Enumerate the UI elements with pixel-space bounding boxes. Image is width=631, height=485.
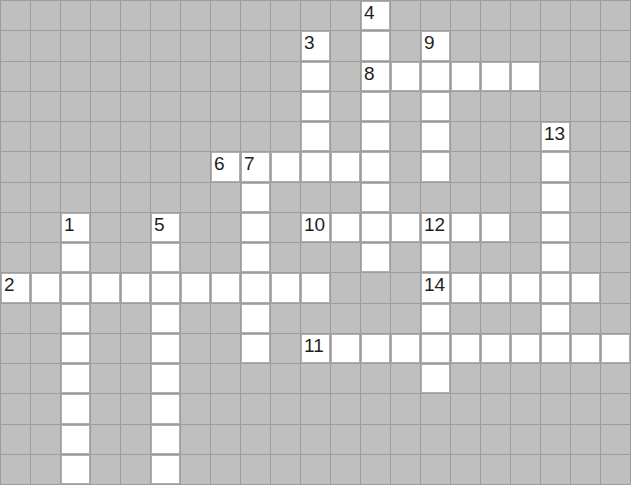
blocked-cell (571, 394, 601, 424)
blocked-cell (1, 425, 31, 455)
blocked-cell (181, 152, 211, 182)
blocked-cell (121, 334, 151, 364)
blocked-cell (121, 152, 151, 182)
blocked-cell (361, 304, 391, 334)
blocked-cell (241, 364, 271, 394)
blocked-cell (31, 304, 61, 334)
blocked-cell (61, 183, 91, 213)
blocked-cell (181, 243, 211, 273)
blocked-cell (571, 183, 601, 213)
blocked-cell (331, 455, 361, 485)
open-cell-r7c14[interactable]: 12 (421, 213, 451, 243)
blocked-cell (391, 92, 421, 122)
blocked-cell (181, 364, 211, 394)
blocked-cell (541, 1, 571, 31)
blocked-cell (271, 92, 301, 122)
blocked-cell (511, 92, 541, 122)
blocked-cell (121, 92, 151, 122)
open-cell-r5c10[interactable] (301, 152, 331, 182)
open-cell-r11c5[interactable] (151, 334, 181, 364)
blocked-cell (91, 122, 121, 152)
open-cell-r5c11[interactable] (331, 152, 361, 182)
open-cell-r8c14[interactable] (421, 243, 451, 273)
blocked-cell (91, 92, 121, 122)
blocked-cell (511, 31, 541, 61)
blocked-cell (451, 122, 481, 152)
blocked-cell (241, 62, 271, 92)
blocked-cell (301, 425, 331, 455)
open-cell-r11c19[interactable] (571, 334, 601, 364)
blocked-cell (571, 213, 601, 243)
blocked-cell (361, 394, 391, 424)
blocked-cell (151, 92, 181, 122)
open-cell-r12c2[interactable] (61, 364, 91, 394)
crossword-grid: 4398136715101221411 (0, 0, 631, 485)
blocked-cell (91, 243, 121, 273)
blocked-cell (211, 31, 241, 61)
blocked-cell (271, 183, 301, 213)
blocked-cell (181, 62, 211, 92)
blocked-cell (601, 273, 631, 303)
blocked-cell (421, 455, 451, 485)
blocked-cell (511, 1, 541, 31)
blocked-cell (181, 1, 211, 31)
blocked-cell (601, 92, 631, 122)
blocked-cell (1, 243, 31, 273)
blocked-cell (481, 92, 511, 122)
blocked-cell (511, 152, 541, 182)
open-cell-r8c2[interactable] (61, 243, 91, 273)
blocked-cell (601, 62, 631, 92)
blocked-cell (511, 122, 541, 152)
blocked-cell (391, 152, 421, 182)
blocked-cell (271, 31, 301, 61)
blocked-cell (541, 364, 571, 394)
blocked-cell (541, 455, 571, 485)
blocked-cell (181, 394, 211, 424)
open-cell-r4c10[interactable] (301, 122, 331, 152)
blocked-cell (31, 62, 61, 92)
open-cell-r7c11[interactable] (331, 213, 361, 243)
blocked-cell (31, 364, 61, 394)
blocked-cell (31, 394, 61, 424)
blocked-cell (511, 425, 541, 455)
blocked-cell (331, 394, 361, 424)
open-cell-r1c12[interactable] (361, 31, 391, 61)
blocked-cell (121, 394, 151, 424)
open-cell-r7c16[interactable] (481, 213, 511, 243)
open-cell-r10c5[interactable] (151, 304, 181, 334)
open-cell-r11c12[interactable] (361, 334, 391, 364)
open-cell-r7c10[interactable]: 10 (301, 213, 331, 243)
clue-number-10: 10 (304, 214, 325, 235)
blocked-cell (481, 243, 511, 273)
blocked-cell (271, 455, 301, 485)
open-cell-r10c8[interactable] (241, 304, 271, 334)
blocked-cell (571, 31, 601, 61)
blocked-cell (571, 92, 601, 122)
blocked-cell (121, 62, 151, 92)
blocked-cell (271, 62, 301, 92)
blocked-cell (451, 243, 481, 273)
blocked-cell (61, 122, 91, 152)
open-cell-r11c10[interactable]: 11 (301, 334, 331, 364)
blocked-cell (1, 92, 31, 122)
open-cell-r2c10[interactable] (301, 62, 331, 92)
blocked-cell (451, 304, 481, 334)
blocked-cell (151, 183, 181, 213)
open-cell-r7c2[interactable]: 1 (61, 213, 91, 243)
blocked-cell (241, 31, 271, 61)
open-cell-r9c0[interactable]: 2 (1, 273, 31, 303)
blocked-cell (301, 243, 331, 273)
open-cell-r5c9[interactable] (271, 152, 301, 182)
open-cell-r6c18[interactable] (541, 183, 571, 213)
blocked-cell (121, 31, 151, 61)
open-cell-r11c18[interactable] (541, 334, 571, 364)
blocked-cell (271, 122, 301, 152)
blocked-cell (61, 152, 91, 182)
blocked-cell (151, 122, 181, 152)
blocked-cell (121, 213, 151, 243)
open-cell-r11c14[interactable] (421, 334, 451, 364)
blocked-cell (181, 455, 211, 485)
open-cell-r1c10[interactable]: 3 (301, 31, 331, 61)
blocked-cell (211, 455, 241, 485)
blocked-cell (61, 31, 91, 61)
open-cell-r9c5[interactable] (151, 273, 181, 303)
open-cell-r13c5[interactable] (151, 394, 181, 424)
blocked-cell (421, 1, 451, 31)
blocked-cell (511, 243, 541, 273)
blocked-cell (421, 183, 451, 213)
open-cell-r14c5[interactable] (151, 425, 181, 455)
blocked-cell (1, 334, 31, 364)
blocked-cell (181, 92, 211, 122)
blocked-cell (601, 425, 631, 455)
blocked-cell (1, 364, 31, 394)
blocked-cell (541, 31, 571, 61)
blocked-cell (571, 122, 601, 152)
blocked-cell (271, 334, 301, 364)
blocked-cell (451, 92, 481, 122)
blocked-cell (1, 152, 31, 182)
blocked-cell (571, 455, 601, 485)
open-cell-r8c12[interactable] (361, 243, 391, 273)
blocked-cell (241, 1, 271, 31)
open-cell-r7c18[interactable] (541, 213, 571, 243)
open-cell-r9c7[interactable] (211, 273, 241, 303)
blocked-cell (271, 243, 301, 273)
blocked-cell (421, 425, 451, 455)
blocked-cell (181, 425, 211, 455)
blocked-cell (331, 364, 361, 394)
blocked-cell (211, 1, 241, 31)
open-cell-r5c7[interactable]: 6 (211, 152, 241, 182)
blocked-cell (271, 394, 301, 424)
blocked-cell (121, 183, 151, 213)
open-cell-r12c5[interactable] (151, 364, 181, 394)
open-cell-r9c6[interactable] (181, 273, 211, 303)
blocked-cell (331, 425, 361, 455)
blocked-cell (31, 31, 61, 61)
blocked-cell (511, 394, 541, 424)
blocked-cell (91, 394, 121, 424)
blocked-cell (601, 122, 631, 152)
open-cell-r5c8[interactable]: 7 (241, 152, 271, 182)
open-cell-r9c4[interactable] (121, 273, 151, 303)
blocked-cell (481, 31, 511, 61)
open-cell-r9c3[interactable] (91, 273, 121, 303)
blocked-cell (331, 273, 361, 303)
blocked-cell (301, 455, 331, 485)
blocked-cell (601, 152, 631, 182)
blocked-cell (91, 364, 121, 394)
blocked-cell (391, 243, 421, 273)
blocked-cell (511, 213, 541, 243)
blocked-cell (331, 304, 361, 334)
clue-number-12: 12 (424, 214, 445, 235)
open-cell-r2c16[interactable] (481, 62, 511, 92)
open-cell-r10c2[interactable] (61, 304, 91, 334)
open-cell-r6c8[interactable] (241, 183, 271, 213)
blocked-cell (1, 455, 31, 485)
blocked-cell (121, 243, 151, 273)
blocked-cell (391, 31, 421, 61)
blocked-cell (181, 334, 211, 364)
open-cell-r9c17[interactable] (511, 273, 541, 303)
blocked-cell (571, 304, 601, 334)
blocked-cell (391, 455, 421, 485)
open-cell-r15c5[interactable] (151, 455, 181, 485)
open-cell-r13c2[interactable] (61, 394, 91, 424)
blocked-cell (91, 183, 121, 213)
blocked-cell (31, 243, 61, 273)
open-cell-r9c9[interactable] (271, 273, 301, 303)
blocked-cell (481, 152, 511, 182)
clue-number-5: 5 (154, 214, 165, 235)
open-cell-r9c8[interactable] (241, 273, 271, 303)
open-cell-r15c2[interactable] (61, 455, 91, 485)
blocked-cell (331, 122, 361, 152)
open-cell-r9c16[interactable] (481, 273, 511, 303)
blocked-cell (181, 304, 211, 334)
blocked-cell (31, 183, 61, 213)
blocked-cell (331, 31, 361, 61)
blocked-cell (451, 31, 481, 61)
blocked-cell (1, 31, 31, 61)
blocked-cell (601, 304, 631, 334)
open-cell-r8c18[interactable] (541, 243, 571, 273)
open-cell-r1c14[interactable]: 9 (421, 31, 451, 61)
blocked-cell (151, 62, 181, 92)
open-cell-r11c15[interactable] (451, 334, 481, 364)
blocked-cell (481, 425, 511, 455)
blocked-cell (181, 213, 211, 243)
open-cell-r9c1[interactable] (31, 273, 61, 303)
open-cell-r2c15[interactable] (451, 62, 481, 92)
blocked-cell (451, 364, 481, 394)
clue-number-7: 7 (244, 153, 255, 174)
blocked-cell (211, 62, 241, 92)
blocked-cell (241, 122, 271, 152)
open-cell-r14c2[interactable] (61, 425, 91, 455)
blocked-cell (121, 1, 151, 31)
blocked-cell (31, 1, 61, 31)
clue-number-3: 3 (304, 32, 315, 53)
blocked-cell (211, 304, 241, 334)
clue-number-11: 11 (304, 335, 324, 356)
open-cell-r11c17[interactable] (511, 334, 541, 364)
open-cell-r7c8[interactable] (241, 213, 271, 243)
blocked-cell (31, 334, 61, 364)
clue-number-8: 8 (364, 63, 375, 84)
blocked-cell (211, 92, 241, 122)
blocked-cell (481, 304, 511, 334)
blocked-cell (481, 455, 511, 485)
blocked-cell (1, 304, 31, 334)
blocked-cell (361, 364, 391, 394)
open-cell-r9c15[interactable] (451, 273, 481, 303)
blocked-cell (601, 213, 631, 243)
open-cell-r11c11[interactable] (331, 334, 361, 364)
open-cell-r7c13[interactable] (391, 213, 421, 243)
blocked-cell (151, 152, 181, 182)
blocked-cell (91, 62, 121, 92)
blocked-cell (601, 243, 631, 273)
blocked-cell (91, 334, 121, 364)
blocked-cell (451, 1, 481, 31)
open-cell-r8c5[interactable] (151, 243, 181, 273)
open-cell-r9c10[interactable] (301, 273, 331, 303)
open-cell-r3c10[interactable] (301, 92, 331, 122)
open-cell-r2c14[interactable] (421, 62, 451, 92)
blocked-cell (1, 62, 31, 92)
blocked-cell (451, 152, 481, 182)
blocked-cell (391, 394, 421, 424)
open-cell-r8c8[interactable] (241, 243, 271, 273)
open-cell-r0c12[interactable]: 4 (361, 1, 391, 31)
blocked-cell (511, 183, 541, 213)
clue-number-1: 1 (64, 214, 75, 235)
blocked-cell (421, 394, 451, 424)
blocked-cell (301, 394, 331, 424)
open-cell-r6c12[interactable] (361, 183, 391, 213)
blocked-cell (61, 62, 91, 92)
blocked-cell (571, 1, 601, 31)
blocked-cell (601, 1, 631, 31)
blocked-cell (181, 183, 211, 213)
blocked-cell (511, 364, 541, 394)
blocked-cell (271, 213, 301, 243)
open-cell-r2c17[interactable] (511, 62, 541, 92)
blocked-cell (211, 243, 241, 273)
blocked-cell (31, 122, 61, 152)
blocked-cell (1, 213, 31, 243)
open-cell-r10c14[interactable] (421, 304, 451, 334)
blocked-cell (241, 394, 271, 424)
blocked-cell (91, 304, 121, 334)
open-cell-r5c14[interactable] (421, 152, 451, 182)
clue-number-6: 6 (214, 153, 225, 174)
open-cell-r7c12[interactable] (361, 213, 391, 243)
blocked-cell (301, 1, 331, 31)
blocked-cell (151, 31, 181, 61)
clue-number-4: 4 (364, 2, 375, 23)
open-cell-r9c14[interactable]: 14 (421, 273, 451, 303)
blocked-cell (391, 425, 421, 455)
blocked-cell (91, 425, 121, 455)
blocked-cell (571, 152, 601, 182)
blocked-cell (31, 213, 61, 243)
open-cell-r9c18[interactable] (541, 273, 571, 303)
blocked-cell (331, 62, 361, 92)
open-cell-r2c12[interactable]: 8 (361, 62, 391, 92)
clue-number-2: 2 (4, 274, 15, 295)
blocked-cell (451, 183, 481, 213)
open-cell-r11c2[interactable] (61, 334, 91, 364)
blocked-cell (211, 122, 241, 152)
open-cell-r12c14[interactable] (421, 364, 451, 394)
blocked-cell (271, 1, 301, 31)
open-cell-r3c12[interactable] (361, 92, 391, 122)
open-cell-r9c19[interactable] (571, 273, 601, 303)
blocked-cell (391, 1, 421, 31)
blocked-cell (1, 122, 31, 152)
blocked-cell (391, 304, 421, 334)
blocked-cell (331, 183, 361, 213)
blocked-cell (481, 1, 511, 31)
blocked-cell (91, 1, 121, 31)
open-cell-r5c12[interactable] (361, 152, 391, 182)
open-cell-r10c18[interactable] (541, 304, 571, 334)
open-cell-r4c14[interactable] (421, 122, 451, 152)
open-cell-r7c5[interactable]: 5 (151, 213, 181, 243)
blocked-cell (541, 394, 571, 424)
blocked-cell (121, 425, 151, 455)
blocked-cell (1, 394, 31, 424)
blocked-cell (571, 62, 601, 92)
open-cell-r7c15[interactable] (451, 213, 481, 243)
blocked-cell (271, 304, 301, 334)
blocked-cell (481, 394, 511, 424)
blocked-cell (271, 425, 301, 455)
open-cell-r11c8[interactable] (241, 334, 271, 364)
open-cell-r11c16[interactable] (481, 334, 511, 364)
open-cell-r11c20[interactable] (601, 334, 631, 364)
open-cell-r9c2[interactable] (61, 273, 91, 303)
blocked-cell (211, 425, 241, 455)
clue-number-14: 14 (424, 274, 445, 295)
blocked-cell (121, 304, 151, 334)
blocked-cell (361, 273, 391, 303)
blocked-cell (211, 213, 241, 243)
blocked-cell (151, 1, 181, 31)
open-cell-r2c13[interactable] (391, 62, 421, 92)
open-cell-r4c18[interactable]: 13 (541, 122, 571, 152)
blocked-cell (481, 364, 511, 394)
open-cell-r5c18[interactable] (541, 152, 571, 182)
blocked-cell (31, 92, 61, 122)
clue-number-13: 13 (544, 123, 565, 144)
blocked-cell (61, 1, 91, 31)
open-cell-r3c14[interactable] (421, 92, 451, 122)
open-cell-r4c12[interactable] (361, 122, 391, 152)
blocked-cell (331, 243, 361, 273)
open-cell-r11c13[interactable] (391, 334, 421, 364)
blocked-cell (241, 455, 271, 485)
blocked-cell (121, 364, 151, 394)
